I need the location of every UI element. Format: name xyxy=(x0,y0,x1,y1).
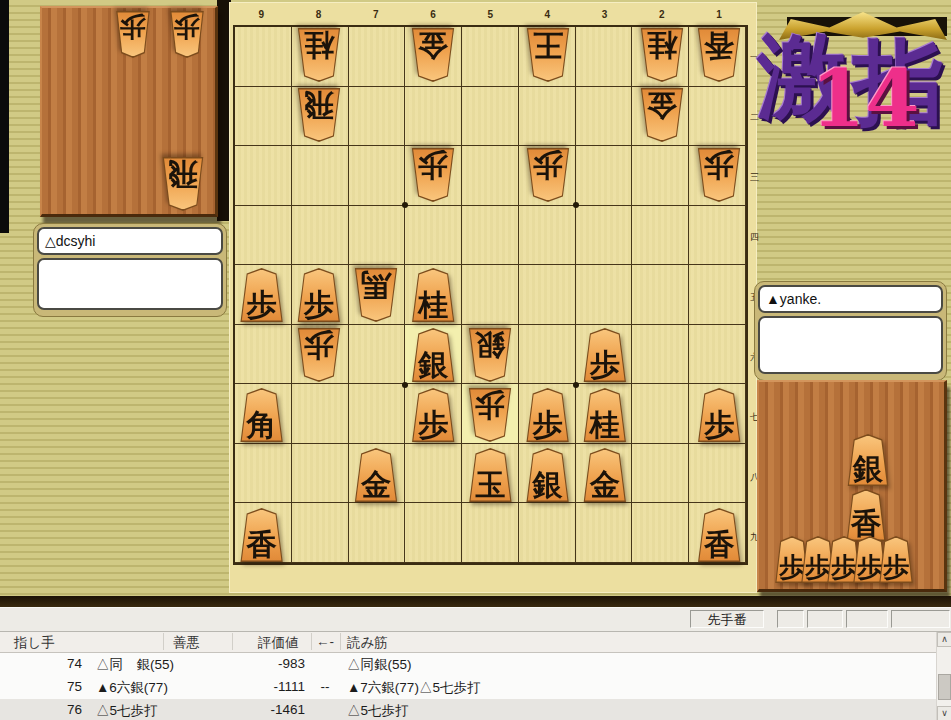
gekisashi-logo: 激 指 14 xyxy=(755,0,951,150)
move-cell-ev: -1461 xyxy=(235,702,305,717)
shogi-board: 987654321 一二三四五六七八九 桂金王桂香飛金歩歩歩馬歩銀歩歩歩桂銀歩角… xyxy=(229,2,757,593)
move-row-74[interactable]: 74△同 銀(55)-983△同銀(55) xyxy=(0,653,936,676)
piece-glyph: 飛 xyxy=(168,159,198,191)
shogi-piece-王[interactable]: 王 xyxy=(524,28,572,82)
shogi-piece-歩[interactable]: 歩 xyxy=(581,328,629,382)
shogi-piece-香[interactable]: 香 xyxy=(695,508,743,562)
piece-glyph: 歩 xyxy=(704,409,734,441)
piece-glyph: 香 xyxy=(704,529,734,561)
shogi-piece-歩[interactable]: 歩 xyxy=(295,268,343,322)
piece-glyph: 玉 xyxy=(475,469,505,501)
move-cell-no: 76 xyxy=(12,702,82,717)
shogi-piece-桂[interactable]: 桂 xyxy=(295,28,343,82)
piece-glyph: 歩 xyxy=(304,330,334,362)
piece-glyph: 歩 xyxy=(418,409,448,441)
shogi-piece-歩[interactable]: 歩 xyxy=(238,268,286,322)
piece-glyph: 香 xyxy=(704,30,734,62)
piece-glyph: 銀 xyxy=(418,349,448,381)
shogi-piece-香[interactable]: 香 xyxy=(238,508,286,562)
logo-number: 14 xyxy=(811,60,920,138)
piece-glyph: 歩 xyxy=(590,349,620,381)
scroll-up-icon[interactable]: ∧ xyxy=(937,632,951,647)
shogi-piece-金[interactable]: 金 xyxy=(638,88,686,142)
status-cell-1 xyxy=(777,610,804,628)
sente-info-box xyxy=(758,316,943,374)
piece-glyph: 王 xyxy=(533,30,563,62)
file-label-8: 8 xyxy=(316,9,322,20)
sente-plate-frame: ▲yanke. xyxy=(754,281,947,381)
move-cell-no: 75 xyxy=(12,679,82,694)
shogi-piece-銀[interactable]: 銀 xyxy=(409,328,457,382)
piece-glyph: 歩 xyxy=(120,13,146,40)
piece-glyph: 歩 xyxy=(304,289,334,321)
piece-glyph: 角 xyxy=(247,409,277,441)
rank-label-3: 三 xyxy=(750,171,759,184)
piece-glyph: 金 xyxy=(590,469,620,501)
sente-player-name: ▲yanke. xyxy=(758,285,943,313)
rank-label-4: 四 xyxy=(750,231,759,244)
shogi-piece-香[interactable]: 香 xyxy=(844,489,888,541)
file-label-3: 3 xyxy=(602,9,608,20)
shogi-piece-歩[interactable]: 歩 xyxy=(466,388,514,442)
piece-layer: 桂金王桂香飛金歩歩歩馬歩銀歩歩歩桂銀歩角歩歩桂歩金玉銀金香香 xyxy=(233,25,748,565)
shogi-piece-飛[interactable]: 飛 xyxy=(160,157,206,211)
piece-glyph: 金 xyxy=(647,90,677,122)
shogi-piece-歩[interactable]: 歩 xyxy=(114,11,152,58)
piece-glyph: 銀 xyxy=(853,453,883,485)
shogi-piece-飛[interactable]: 飛 xyxy=(295,88,343,142)
piece-glyph: 金 xyxy=(418,30,448,62)
shogi-app-window: 歩歩飛 △dcsyhi 987654321 一二三四五六七八九 桂金王桂香飛金歩… xyxy=(0,0,951,720)
shogi-piece-歩[interactable]: 歩 xyxy=(524,148,572,202)
turn-indicator: 先手番 xyxy=(690,610,764,628)
shogi-piece-歩[interactable]: 歩 xyxy=(295,328,343,382)
header-judge: 善悪 xyxy=(173,634,200,652)
piece-glyph: 香 xyxy=(851,508,881,540)
status-cell-4 xyxy=(891,610,950,628)
file-label-6: 6 xyxy=(430,9,436,20)
move-cell-mv: △5七歩打 xyxy=(96,702,158,720)
status-cell-3 xyxy=(846,610,888,628)
piece-glyph: 歩 xyxy=(704,150,734,182)
gote-captured-tray: 歩歩飛 xyxy=(40,6,218,217)
shogi-piece-銀[interactable]: 銀 xyxy=(845,434,891,486)
file-label-1: 1 xyxy=(716,9,722,20)
shogi-piece-歩[interactable]: 歩 xyxy=(409,388,457,442)
file-label-5: 5 xyxy=(487,9,493,20)
bottom-dark-strip xyxy=(0,596,951,607)
gote-info-box xyxy=(37,258,223,310)
piece-glyph: 桂 xyxy=(590,409,620,441)
status-bar: 先手番 xyxy=(0,607,951,632)
gote-plate-frame: △dcsyhi xyxy=(33,223,227,317)
file-label-4: 4 xyxy=(545,9,551,20)
gote-player-name: △dcsyhi xyxy=(37,227,223,255)
shogi-piece-金[interactable]: 金 xyxy=(352,448,400,502)
move-cell-ev: -1111 xyxy=(235,679,305,694)
piece-glyph: 桂 xyxy=(304,30,334,62)
file-label-9: 9 xyxy=(259,9,265,20)
piece-glyph: 銀 xyxy=(475,330,505,362)
header-eval: 評価値 xyxy=(258,634,299,652)
board-star-dot xyxy=(402,382,408,388)
shogi-piece-金[interactable]: 金 xyxy=(409,28,457,82)
move-cell-mv: △同 銀(55) xyxy=(96,656,174,674)
shogi-piece-金[interactable]: 金 xyxy=(581,448,629,502)
shogi-piece-香[interactable]: 香 xyxy=(695,28,743,82)
shogi-piece-銀[interactable]: 銀 xyxy=(466,328,514,382)
move-cell-ln: △同銀(55) xyxy=(347,656,412,674)
piece-glyph: 香 xyxy=(247,529,277,561)
move-cell-ln: ▲7六銀(77)△5七歩打 xyxy=(347,679,480,697)
move-row-76[interactable]: 76△5七歩打-1461△5七歩打 xyxy=(0,699,936,720)
shogi-piece-歩[interactable]: 歩 xyxy=(409,148,457,202)
left-black-edge xyxy=(0,0,9,233)
shogi-piece-歩[interactable]: 歩 xyxy=(695,148,743,202)
piece-glyph: 銀 xyxy=(533,469,563,501)
scroll-thumb[interactable] xyxy=(938,674,951,700)
shogi-piece-桂[interactable]: 桂 xyxy=(409,268,457,322)
shogi-piece-銀[interactable]: 銀 xyxy=(524,448,572,502)
move-list-header: 指し手 善悪 評価値 ←- 読み筋 xyxy=(0,632,936,653)
header-move: 指し手 xyxy=(14,634,55,652)
move-cell-no: 74 xyxy=(12,656,82,671)
shogi-piece-歩[interactable]: 歩 xyxy=(524,388,572,442)
move-cell-ev: -983 xyxy=(235,656,305,671)
header-line: 読み筋 xyxy=(347,634,388,652)
scroll-down-icon[interactable]: ∨ xyxy=(937,706,951,720)
shogi-piece-角[interactable]: 角 xyxy=(238,388,286,442)
piece-glyph: 馬 xyxy=(361,270,391,302)
file-coordinates: 987654321 xyxy=(233,9,748,23)
piece-glyph: 歩 xyxy=(533,409,563,441)
move-cell-ar: -- xyxy=(310,679,340,694)
move-cell-ln: △5七歩打 xyxy=(347,702,409,720)
sente-captured-tray: 銀香歩歩歩歩歩 xyxy=(757,380,947,592)
move-list-panel: 指し手 善悪 評価値 ←- 読み筋 74△同 銀(55)-983△同銀(55)7… xyxy=(0,631,951,720)
shogi-piece-歩[interactable]: 歩 xyxy=(877,536,915,583)
shogi-piece-歩[interactable]: 歩 xyxy=(168,11,206,58)
file-label-7: 7 xyxy=(373,9,379,20)
piece-glyph: 歩 xyxy=(174,13,200,40)
piece-glyph: 桂 xyxy=(647,30,677,62)
shogi-piece-玉[interactable]: 玉 xyxy=(466,448,514,502)
header-arrow: ←- xyxy=(316,634,334,649)
piece-glyph: 飛 xyxy=(304,90,334,122)
move-cell-mv: ▲6六銀(77) xyxy=(96,679,168,697)
status-cell-2 xyxy=(807,610,843,628)
piece-glyph: 歩 xyxy=(418,150,448,182)
piece-glyph: 桂 xyxy=(418,289,448,321)
shogi-piece-桂[interactable]: 桂 xyxy=(638,28,686,82)
vertical-scrollbar[interactable]: ∧ ∨ xyxy=(936,632,951,720)
move-row-75[interactable]: 75▲6六銀(77)-1111--▲7六銀(77)△5七歩打 xyxy=(0,676,936,699)
shogi-piece-桂[interactable]: 桂 xyxy=(581,388,629,442)
piece-glyph: 歩 xyxy=(883,554,909,581)
piece-glyph: 金 xyxy=(361,469,391,501)
shogi-piece-馬[interactable]: 馬 xyxy=(352,268,400,322)
shogi-piece-歩[interactable]: 歩 xyxy=(695,388,743,442)
piece-glyph: 歩 xyxy=(247,289,277,321)
piece-glyph: 歩 xyxy=(533,150,563,182)
board-star-dot xyxy=(402,202,408,208)
file-label-2: 2 xyxy=(659,9,665,20)
piece-glyph: 歩 xyxy=(475,390,505,422)
